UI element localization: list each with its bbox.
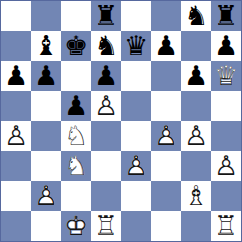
white-knight[interactable]: ♞♘ xyxy=(61,151,91,181)
square-b3[interactable] xyxy=(31,151,61,181)
black-knight[interactable]: ♞ xyxy=(181,1,211,31)
white-rook[interactable]: ♜♖ xyxy=(211,211,241,241)
square-h3[interactable]: ♟♙ xyxy=(211,151,241,181)
square-h5[interactable] xyxy=(211,91,241,121)
square-h8[interactable]: ♜ xyxy=(211,1,241,31)
white-rook[interactable]: ♜♖ xyxy=(91,211,121,241)
square-f5[interactable] xyxy=(151,91,181,121)
piece-outline: ♙ xyxy=(181,121,211,151)
square-b1[interactable] xyxy=(31,211,61,241)
square-a6[interactable]: ♟ xyxy=(1,61,31,91)
white-pawn[interactable]: ♟♙ xyxy=(91,91,121,121)
square-h1[interactable]: ♜♖ xyxy=(211,211,241,241)
square-a8[interactable] xyxy=(1,1,31,31)
black-pawn[interactable]: ♟ xyxy=(211,31,241,61)
square-d7[interactable]: ♞ xyxy=(91,31,121,61)
chess-board: ♜♞♜♝♚♞♛♟♟♟♟♟♟♛♕♟♟♙♟♙♞♘♟♙♟♙♞♘♟♙♟♙♟♙♝♗♚♔♜♖… xyxy=(0,0,242,242)
piece-outline: ♖ xyxy=(211,211,241,241)
piece-fill: ♟ xyxy=(181,61,211,91)
square-b2[interactable]: ♟♙ xyxy=(31,181,61,211)
piece-fill: ♛ xyxy=(121,31,151,61)
square-d4[interactable] xyxy=(91,121,121,151)
white-bishop[interactable]: ♝♗ xyxy=(181,181,211,211)
square-f7[interactable]: ♟ xyxy=(151,31,181,61)
piece-outline: ♘ xyxy=(61,151,91,181)
piece-outline: ♙ xyxy=(211,151,241,181)
white-king[interactable]: ♚♔ xyxy=(61,211,91,241)
square-h2[interactable] xyxy=(211,181,241,211)
square-f3[interactable] xyxy=(151,151,181,181)
piece-fill: ♞ xyxy=(181,1,211,31)
square-e6[interactable] xyxy=(121,61,151,91)
piece-outline: ♙ xyxy=(31,181,61,211)
square-c8[interactable] xyxy=(61,1,91,31)
piece-fill: ♟ xyxy=(211,31,241,61)
piece-fill: ♜ xyxy=(91,1,121,31)
square-f6[interactable] xyxy=(151,61,181,91)
square-g5[interactable] xyxy=(181,91,211,121)
piece-outline: ♙ xyxy=(151,121,181,151)
square-b7[interactable]: ♝ xyxy=(31,31,61,61)
piece-outline: ♗ xyxy=(181,181,211,211)
white-queen[interactable]: ♛♕ xyxy=(211,61,241,91)
black-pawn[interactable]: ♟ xyxy=(31,61,61,91)
square-c5[interactable]: ♟ xyxy=(61,91,91,121)
black-pawn[interactable]: ♟ xyxy=(61,91,91,121)
piece-fill: ♝ xyxy=(31,31,61,61)
square-e2[interactable] xyxy=(121,181,151,211)
square-h7[interactable]: ♟ xyxy=(211,31,241,61)
white-pawn[interactable]: ♟♙ xyxy=(211,151,241,181)
square-d1[interactable]: ♜♖ xyxy=(91,211,121,241)
square-a4[interactable]: ♟♙ xyxy=(1,121,31,151)
piece-outline: ♖ xyxy=(91,211,121,241)
square-a7[interactable] xyxy=(1,31,31,61)
black-rook[interactable]: ♜ xyxy=(91,1,121,31)
piece-fill: ♟ xyxy=(91,61,121,91)
square-e4[interactable] xyxy=(121,121,151,151)
piece-fill: ♞ xyxy=(91,31,121,61)
piece-outline: ♙ xyxy=(91,91,121,121)
square-d5[interactable]: ♟♙ xyxy=(91,91,121,121)
piece-outline: ♙ xyxy=(1,121,31,151)
black-bishop[interactable]: ♝ xyxy=(31,31,61,61)
square-f4[interactable]: ♟♙ xyxy=(151,121,181,151)
square-b6[interactable]: ♟ xyxy=(31,61,61,91)
square-b5[interactable] xyxy=(31,91,61,121)
black-pawn[interactable]: ♟ xyxy=(181,61,211,91)
square-c4[interactable]: ♞♘ xyxy=(61,121,91,151)
square-h4[interactable] xyxy=(211,121,241,151)
square-c2[interactable] xyxy=(61,181,91,211)
piece-outline: ♔ xyxy=(61,211,91,241)
square-g1[interactable] xyxy=(181,211,211,241)
square-a3[interactable] xyxy=(1,151,31,181)
piece-fill: ♟ xyxy=(31,61,61,91)
square-g6[interactable]: ♟ xyxy=(181,61,211,91)
square-c1[interactable]: ♚♔ xyxy=(61,211,91,241)
black-knight[interactable]: ♞ xyxy=(91,31,121,61)
square-f2[interactable] xyxy=(151,181,181,211)
square-d3[interactable] xyxy=(91,151,121,181)
square-c7[interactable]: ♚ xyxy=(61,31,91,61)
square-e5[interactable] xyxy=(121,91,151,121)
black-pawn[interactable]: ♟ xyxy=(1,61,31,91)
square-f8[interactable] xyxy=(151,1,181,31)
piece-fill: ♟ xyxy=(151,31,181,61)
black-queen[interactable]: ♛ xyxy=(121,31,151,61)
piece-fill: ♟ xyxy=(1,61,31,91)
black-king[interactable]: ♚ xyxy=(61,31,91,61)
square-g4[interactable]: ♟♙ xyxy=(181,121,211,151)
white-pawn[interactable]: ♟♙ xyxy=(121,151,151,181)
black-rook[interactable]: ♜ xyxy=(211,1,241,31)
square-g8[interactable]: ♞ xyxy=(181,1,211,31)
square-a1[interactable] xyxy=(1,211,31,241)
square-a5[interactable] xyxy=(1,91,31,121)
piece-outline: ♘ xyxy=(61,121,91,151)
square-c3[interactable]: ♞♘ xyxy=(61,151,91,181)
square-b8[interactable] xyxy=(31,1,61,31)
square-g3[interactable] xyxy=(181,151,211,181)
square-e1[interactable] xyxy=(121,211,151,241)
square-d6[interactable]: ♟ xyxy=(91,61,121,91)
white-pawn[interactable]: ♟♙ xyxy=(1,121,31,151)
white-pawn[interactable]: ♟♙ xyxy=(181,121,211,151)
piece-fill: ♟ xyxy=(61,91,91,121)
white-knight[interactable]: ♞♘ xyxy=(61,121,91,151)
black-pawn[interactable]: ♟ xyxy=(151,31,181,61)
square-a2[interactable] xyxy=(1,181,31,211)
square-b4[interactable] xyxy=(31,121,61,151)
square-f1[interactable] xyxy=(151,211,181,241)
white-pawn[interactable]: ♟♙ xyxy=(151,121,181,151)
piece-fill: ♜ xyxy=(211,1,241,31)
square-c6[interactable] xyxy=(61,61,91,91)
square-g7[interactable] xyxy=(181,31,211,61)
square-e8[interactable] xyxy=(121,1,151,31)
square-h6[interactable]: ♛♕ xyxy=(211,61,241,91)
piece-fill: ♚ xyxy=(61,31,91,61)
square-d2[interactable] xyxy=(91,181,121,211)
square-g2[interactable]: ♝♗ xyxy=(181,181,211,211)
square-d8[interactable]: ♜ xyxy=(91,1,121,31)
piece-outline: ♙ xyxy=(121,151,151,181)
square-e7[interactable]: ♛ xyxy=(121,31,151,61)
black-pawn[interactable]: ♟ xyxy=(91,61,121,91)
piece-outline: ♕ xyxy=(211,61,241,91)
white-pawn[interactable]: ♟♙ xyxy=(31,181,61,211)
square-e3[interactable]: ♟♙ xyxy=(121,151,151,181)
